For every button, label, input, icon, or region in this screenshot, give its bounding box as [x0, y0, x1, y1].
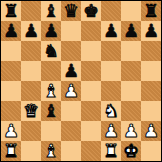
- black-rook-a8[interactable]: ♜: [3, 1, 19, 21]
- black-pawn-d5[interactable]: ♟: [63, 61, 79, 81]
- white-rook-a1[interactable]: ♜: [3, 141, 19, 161]
- square-e6[interactable]: [81, 41, 101, 61]
- white-queen-b3[interactable]: ♛: [23, 101, 39, 121]
- black-king-e8[interactable]: ♚: [83, 1, 99, 21]
- square-e2[interactable]: [81, 121, 101, 141]
- square-d1[interactable]: [61, 141, 81, 161]
- square-a7[interactable]: ♟: [1, 21, 21, 41]
- white-pawn-d4[interactable]: ♟: [63, 81, 79, 101]
- black-bishop-c8[interactable]: ♝: [43, 1, 59, 21]
- square-e1[interactable]: [81, 141, 101, 161]
- square-b2[interactable]: [21, 121, 41, 141]
- black-pawn-f7[interactable]: ♟: [103, 21, 119, 41]
- white-bishop-c1[interactable]: ♝: [43, 141, 59, 161]
- square-h2[interactable]: ♟: [141, 121, 161, 141]
- square-f1[interactable]: ♜: [101, 141, 121, 161]
- square-h8[interactable]: ♜: [141, 1, 161, 21]
- square-g7[interactable]: ♟: [121, 21, 141, 41]
- black-pawn-g7[interactable]: ♟: [123, 21, 139, 41]
- square-g6[interactable]: [121, 41, 141, 61]
- black-rook-h8[interactable]: ♜: [143, 1, 159, 21]
- square-a2[interactable]: ♟: [1, 121, 21, 141]
- square-e3[interactable]: [81, 101, 101, 121]
- black-pawn-b7[interactable]: ♟: [23, 21, 39, 41]
- square-a6[interactable]: [1, 41, 21, 61]
- black-queen-d8[interactable]: ♛: [63, 1, 79, 21]
- square-c5[interactable]: [41, 61, 61, 81]
- square-a1[interactable]: ♜: [1, 141, 21, 161]
- square-f5[interactable]: [101, 61, 121, 81]
- square-h1[interactable]: [141, 141, 161, 161]
- square-b6[interactable]: [21, 41, 41, 61]
- square-c8[interactable]: ♝: [41, 1, 61, 21]
- square-g8[interactable]: [121, 1, 141, 21]
- square-g5[interactable]: [121, 61, 141, 81]
- square-h5[interactable]: [141, 61, 161, 81]
- square-e8[interactable]: ♚: [81, 1, 101, 21]
- square-f8[interactable]: [101, 1, 121, 21]
- square-d2[interactable]: [61, 121, 81, 141]
- white-pawn-f2[interactable]: ♟: [103, 121, 119, 141]
- square-e4[interactable]: [81, 81, 101, 101]
- square-g3[interactable]: [121, 101, 141, 121]
- square-a3[interactable]: [1, 101, 21, 121]
- square-d6[interactable]: [61, 41, 81, 61]
- square-c2[interactable]: [41, 121, 61, 141]
- square-b3[interactable]: ♛: [21, 101, 41, 121]
- black-pawn-h7[interactable]: ♟: [143, 21, 159, 41]
- square-b5[interactable]: [21, 61, 41, 81]
- square-g2[interactable]: ♟: [121, 121, 141, 141]
- square-f6[interactable]: [101, 41, 121, 61]
- white-rook-f1[interactable]: ♜: [103, 141, 119, 161]
- square-g4[interactable]: [121, 81, 141, 101]
- square-e7[interactable]: [81, 21, 101, 41]
- black-pawn-a7[interactable]: ♟: [3, 21, 19, 41]
- white-bishop-c4[interactable]: ♝: [43, 81, 59, 101]
- square-h6[interactable]: [141, 41, 161, 61]
- square-e5[interactable]: [81, 61, 101, 81]
- white-pawn-h2[interactable]: ♟: [143, 121, 159, 141]
- square-b4[interactable]: [21, 81, 41, 101]
- square-d8[interactable]: ♛: [61, 1, 81, 21]
- square-d5[interactable]: ♟: [61, 61, 81, 81]
- square-d7[interactable]: [61, 21, 81, 41]
- square-f3[interactable]: ♞: [101, 101, 121, 121]
- square-c1[interactable]: ♝: [41, 141, 61, 161]
- square-h4[interactable]: [141, 81, 161, 101]
- square-c7[interactable]: ♟: [41, 21, 61, 41]
- square-g1[interactable]: ♚: [121, 141, 141, 161]
- square-h7[interactable]: ♟: [141, 21, 161, 41]
- square-h3[interactable]: [141, 101, 161, 121]
- square-b7[interactable]: ♟: [21, 21, 41, 41]
- square-f2[interactable]: ♟: [101, 121, 121, 141]
- square-c4[interactable]: ♝: [41, 81, 61, 101]
- white-king-g1[interactable]: ♚: [123, 141, 139, 161]
- square-d4[interactable]: ♟: [61, 81, 81, 101]
- black-pawn-c7[interactable]: ♟: [43, 21, 59, 41]
- square-a5[interactable]: [1, 61, 21, 81]
- square-b8[interactable]: [21, 1, 41, 21]
- black-bishop-c3[interactable]: ♝: [43, 101, 59, 121]
- black-knight-c6[interactable]: ♞: [43, 41, 59, 61]
- white-pawn-a2[interactable]: ♟: [3, 121, 19, 141]
- chess-board: ♜♝♛♚♜♟♟♟♟♟♟♞♟♝♟♛♝♞♟♟♟♟♜♝♜♚: [1, 1, 161, 161]
- square-f4[interactable]: [101, 81, 121, 101]
- square-b1[interactable]: [21, 141, 41, 161]
- square-f7[interactable]: ♟: [101, 21, 121, 41]
- square-d3[interactable]: [61, 101, 81, 121]
- white-pawn-g2[interactable]: ♟: [123, 121, 139, 141]
- square-a4[interactable]: [1, 81, 21, 101]
- chess-board-frame: ♜♝♛♚♜♟♟♟♟♟♟♞♟♝♟♛♝♞♟♟♟♟♜♝♜♚: [0, 0, 162, 162]
- white-knight-f3[interactable]: ♞: [103, 101, 119, 121]
- square-c3[interactable]: ♝: [41, 101, 61, 121]
- square-c6[interactable]: ♞: [41, 41, 61, 61]
- square-a8[interactable]: ♜: [1, 1, 21, 21]
